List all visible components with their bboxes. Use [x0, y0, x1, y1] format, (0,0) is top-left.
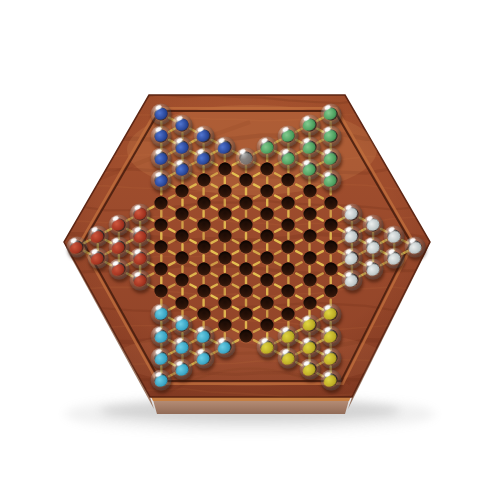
drilled-hole [218, 318, 231, 331]
hole[interactable] [299, 208, 320, 219]
drilled-hole [324, 285, 337, 298]
hole[interactable] [193, 330, 214, 341]
marble-cyan[interactable] [193, 348, 214, 369]
hole[interactable] [278, 219, 299, 230]
hole[interactable] [172, 364, 193, 375]
drilled-hole [239, 196, 252, 209]
drilled-hole [176, 207, 189, 220]
drilled-hole [303, 185, 316, 198]
hole[interactable] [320, 308, 341, 319]
marble-white[interactable] [405, 236, 426, 257]
hole[interactable] [151, 375, 172, 386]
hole[interactable] [151, 197, 172, 208]
hole[interactable] [257, 208, 278, 219]
hole[interactable] [151, 152, 172, 163]
marble-blue[interactable] [172, 114, 193, 135]
marble-yellow[interactable] [320, 325, 341, 346]
marble-green[interactable] [320, 103, 341, 124]
drilled-hole [197, 196, 210, 209]
marble-green[interactable] [278, 148, 299, 169]
marble-blue[interactable] [151, 103, 172, 124]
drilled-hole [239, 174, 252, 187]
marble-blue[interactable] [172, 136, 193, 157]
drilled-hole [239, 285, 252, 298]
chinese-checkers-product-photo [0, 0, 500, 500]
marble-white[interactable] [363, 236, 384, 257]
hole[interactable] [320, 219, 341, 230]
drilled-hole [176, 185, 189, 198]
drilled-hole [282, 285, 295, 298]
marble-green[interactable] [299, 136, 320, 157]
hole[interactable] [278, 353, 299, 364]
marble-white[interactable] [363, 259, 384, 280]
hole[interactable] [257, 253, 278, 264]
hole[interactable] [235, 264, 256, 275]
hole[interactable] [214, 297, 235, 308]
marble-red[interactable] [130, 203, 151, 224]
marble-red[interactable] [130, 248, 151, 269]
hole[interactable] [130, 208, 151, 219]
marble-cyan[interactable] [151, 303, 172, 324]
hole[interactable] [172, 164, 193, 175]
marble-yellow[interactable] [278, 348, 299, 369]
marble-red[interactable] [130, 270, 151, 291]
drilled-hole [324, 263, 337, 276]
drilled-hole [261, 185, 274, 198]
drilled-hole [176, 229, 189, 242]
marble-blue[interactable] [151, 125, 172, 146]
hole[interactable] [257, 186, 278, 197]
marble-green[interactable] [299, 114, 320, 135]
drilled-hole [176, 274, 189, 287]
drilled-hole [239, 263, 252, 276]
drilled-hole [282, 196, 295, 209]
marble-green[interactable] [278, 125, 299, 146]
hole[interactable] [214, 141, 235, 152]
marble-white[interactable] [341, 203, 362, 224]
drilled-hole [218, 229, 231, 242]
drilled-hole [176, 252, 189, 265]
marble-yellow[interactable] [320, 370, 341, 391]
marble-white[interactable] [384, 248, 405, 269]
hole[interactable] [299, 164, 320, 175]
drilled-hole [197, 240, 210, 253]
marble-blue[interactable] [193, 125, 214, 146]
hole[interactable] [108, 219, 129, 230]
drilled-hole [155, 196, 168, 209]
hole[interactable] [235, 152, 256, 163]
hole[interactable] [193, 264, 214, 275]
hole[interactable] [320, 286, 341, 297]
drilled-hole [282, 263, 295, 276]
drilled-hole [261, 318, 274, 331]
marble-green[interactable] [320, 125, 341, 146]
drilled-hole [176, 296, 189, 309]
hole[interactable] [320, 175, 341, 186]
hole[interactable] [278, 152, 299, 163]
hole[interactable] [320, 130, 341, 141]
marble-yellow[interactable] [278, 325, 299, 346]
hole[interactable] [66, 241, 87, 252]
hole[interactable] [257, 342, 278, 353]
marble-white[interactable] [341, 248, 362, 269]
hole[interactable] [172, 141, 193, 152]
hole[interactable] [214, 275, 235, 286]
drilled-hole [197, 285, 210, 298]
marble-red[interactable] [66, 236, 87, 257]
marble-blue[interactable] [151, 170, 172, 191]
hole[interactable] [151, 264, 172, 275]
drilled-hole [218, 274, 231, 287]
hole[interactable] [214, 253, 235, 264]
marble-red[interactable] [108, 236, 129, 257]
hole[interactable] [278, 130, 299, 141]
marble-blue[interactable] [214, 136, 235, 157]
marble-yellow[interactable] [299, 314, 320, 335]
hole[interactable] [341, 275, 362, 286]
marble-red[interactable] [108, 259, 129, 280]
hole[interactable] [235, 286, 256, 297]
drilled-hole [197, 263, 210, 276]
hole[interactable] [299, 186, 320, 197]
hole[interactable] [299, 297, 320, 308]
marble-red[interactable] [87, 225, 108, 246]
drilled-hole [303, 252, 316, 265]
drilled-hole [155, 285, 168, 298]
hole[interactable] [214, 164, 235, 175]
drilled-hole [261, 252, 274, 265]
hole[interactable] [151, 130, 172, 141]
hole[interactable] [320, 264, 341, 275]
hole[interactable] [172, 119, 193, 130]
hole[interactable] [384, 253, 405, 264]
hole[interactable] [193, 130, 214, 141]
hole[interactable] [257, 319, 278, 330]
hole[interactable] [87, 253, 108, 264]
drilled-hole [155, 240, 168, 253]
hole[interactable] [108, 241, 129, 252]
hole[interactable] [151, 219, 172, 230]
marble-green[interactable] [320, 148, 341, 169]
marble-yellow[interactable] [299, 337, 320, 358]
drilled-hole [239, 329, 252, 342]
marble-cyan[interactable] [151, 325, 172, 346]
drilled-hole [324, 240, 337, 253]
hole[interactable] [405, 241, 426, 252]
hole[interactable] [172, 208, 193, 219]
drilled-hole [282, 240, 295, 253]
drilled-hole [218, 185, 231, 198]
marble-white[interactable] [341, 225, 362, 246]
hole[interactable] [320, 330, 341, 341]
hole[interactable] [130, 230, 151, 241]
hole[interactable] [151, 308, 172, 319]
hole[interactable] [193, 219, 214, 230]
drilled-hole [197, 307, 210, 320]
drilled-hole [282, 307, 295, 320]
hole[interactable] [278, 264, 299, 275]
drilled-hole [303, 207, 316, 220]
drilled-hole [282, 174, 295, 187]
hole[interactable] [214, 208, 235, 219]
drilled-hole [261, 296, 274, 309]
hole[interactable] [341, 208, 362, 219]
marble-yellow[interactable] [257, 337, 278, 358]
hole[interactable] [108, 264, 129, 275]
board-side-bottom [153, 400, 349, 414]
marble-yellow[interactable] [320, 348, 341, 369]
hole[interactable] [193, 286, 214, 297]
hole[interactable] [151, 353, 172, 364]
drilled-hole [261, 274, 274, 287]
drilled-hole [218, 296, 231, 309]
hole[interactable] [172, 319, 193, 330]
drilled-hole [303, 274, 316, 287]
marble-white[interactable] [341, 270, 362, 291]
marble-red[interactable] [87, 248, 108, 269]
star-board-grid [66, 108, 426, 386]
hole[interactable] [172, 342, 193, 353]
hole[interactable] [172, 186, 193, 197]
hole[interactable] [214, 319, 235, 330]
hole[interactable] [193, 308, 214, 319]
hole[interactable] [235, 308, 256, 319]
drilled-hole [324, 196, 337, 209]
hole[interactable] [384, 230, 405, 241]
hole[interactable] [299, 119, 320, 130]
drilled-hole [261, 229, 274, 242]
hole[interactable] [257, 230, 278, 241]
hole[interactable] [278, 241, 299, 252]
drilled-hole [197, 174, 210, 187]
drilled-hole [282, 218, 295, 231]
hole[interactable] [172, 297, 193, 308]
hole[interactable] [193, 152, 214, 163]
marble-yellow[interactable] [299, 359, 320, 380]
hole[interactable] [320, 375, 341, 386]
marble-blue[interactable] [193, 148, 214, 169]
hole[interactable] [362, 241, 383, 252]
marble-green[interactable] [257, 136, 278, 157]
drilled-hole [197, 218, 210, 231]
hole[interactable] [235, 219, 256, 230]
drilled-hole [239, 307, 252, 320]
marble-red[interactable] [108, 214, 129, 235]
drilled-hole [155, 218, 168, 231]
marble-green[interactable] [320, 170, 341, 191]
hole[interactable] [299, 141, 320, 152]
hole[interactable] [257, 141, 278, 152]
hole[interactable] [299, 253, 320, 264]
hole[interactable] [151, 330, 172, 341]
hole[interactable] [87, 230, 108, 241]
hole[interactable] [341, 253, 362, 264]
hole[interactable] [214, 186, 235, 197]
hole[interactable] [278, 308, 299, 319]
hole[interactable] [172, 230, 193, 241]
hole[interactable] [320, 197, 341, 208]
hole[interactable] [278, 286, 299, 297]
hole[interactable] [320, 152, 341, 163]
hole[interactable] [320, 108, 341, 119]
hole[interactable] [151, 175, 172, 186]
hole[interactable] [151, 241, 172, 252]
marble-cyan[interactable] [172, 359, 193, 380]
drilled-hole [218, 163, 231, 176]
hole[interactable] [235, 241, 256, 252]
hole[interactable] [320, 353, 341, 364]
hole[interactable] [299, 342, 320, 353]
drilled-hole [303, 296, 316, 309]
drilled-hole [239, 218, 252, 231]
drilled-hole [218, 207, 231, 220]
marble-cyan[interactable] [193, 325, 214, 346]
hole[interactable] [278, 330, 299, 341]
marble-yellow[interactable] [320, 303, 341, 324]
marble-green[interactable] [299, 159, 320, 180]
hole[interactable] [193, 241, 214, 252]
hole[interactable] [257, 297, 278, 308]
marble-cyan[interactable] [172, 337, 193, 358]
hole[interactable] [299, 275, 320, 286]
hole[interactable] [235, 175, 256, 186]
hole[interactable] [172, 253, 193, 264]
hole[interactable] [172, 275, 193, 286]
drilled-hole [261, 207, 274, 220]
marble-clear[interactable] [235, 148, 256, 169]
hole[interactable] [299, 230, 320, 241]
drilled-hole [155, 263, 168, 276]
hole[interactable] [151, 286, 172, 297]
hole[interactable] [130, 253, 151, 264]
hole[interactable] [193, 197, 214, 208]
drilled-hole [239, 240, 252, 253]
hole[interactable] [278, 197, 299, 208]
hole[interactable] [235, 197, 256, 208]
marble-blue[interactable] [151, 148, 172, 169]
hole[interactable] [320, 241, 341, 252]
drilled-hole [324, 218, 337, 231]
hole[interactable] [257, 275, 278, 286]
hole[interactable] [299, 364, 320, 375]
hole[interactable] [151, 108, 172, 119]
marble-cyan[interactable] [214, 337, 235, 358]
marble-cyan[interactable] [172, 314, 193, 335]
hole[interactable] [130, 275, 151, 286]
hole[interactable] [193, 175, 214, 186]
hole[interactable] [235, 330, 256, 341]
hole[interactable] [193, 353, 214, 364]
hole[interactable] [341, 230, 362, 241]
marble-cyan[interactable] [151, 348, 172, 369]
drilled-hole [261, 163, 274, 176]
marble-white[interactable] [384, 225, 405, 246]
hole[interactable] [362, 264, 383, 275]
drilled-hole [303, 229, 316, 242]
hole[interactable] [278, 175, 299, 186]
marble-blue[interactable] [172, 159, 193, 180]
hole[interactable] [214, 230, 235, 241]
drilled-hole [218, 252, 231, 265]
hole[interactable] [362, 219, 383, 230]
marble-cyan[interactable] [151, 370, 172, 391]
marble-red[interactable] [130, 225, 151, 246]
hole[interactable] [214, 342, 235, 353]
hole[interactable] [299, 319, 320, 330]
marble-white[interactable] [363, 214, 384, 235]
hole[interactable] [257, 164, 278, 175]
